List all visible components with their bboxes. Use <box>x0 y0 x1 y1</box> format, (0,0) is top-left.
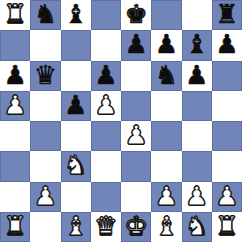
square-h5[interactable] <box>212 91 242 121</box>
white-knight-c3[interactable]: ♞ <box>64 151 87 180</box>
square-g3[interactable] <box>182 151 212 181</box>
square-a7[interactable] <box>0 30 30 60</box>
black-knight-b8[interactable]: ♞ <box>34 0 57 29</box>
square-b4[interactable] <box>30 121 60 151</box>
square-d7[interactable] <box>91 30 121 60</box>
square-f2[interactable]: ♟ <box>151 182 181 212</box>
square-f1[interactable]: ♝ <box>151 212 181 242</box>
square-c7[interactable] <box>61 30 91 60</box>
square-h2[interactable]: ♟ <box>212 182 242 212</box>
black-pawn-c5[interactable]: ♟ <box>64 91 87 120</box>
square-c3[interactable]: ♞ <box>61 151 91 181</box>
square-d5[interactable]: ♟ <box>91 91 121 121</box>
square-g8[interactable] <box>182 0 212 30</box>
square-d1[interactable]: ♛ <box>91 212 121 242</box>
white-rook-a1[interactable]: ♜ <box>3 212 26 241</box>
square-b1[interactable] <box>30 212 60 242</box>
square-g4[interactable] <box>182 121 212 151</box>
white-rook-h1[interactable]: ♜ <box>215 212 238 241</box>
white-knight-g1[interactable]: ♞ <box>185 212 208 241</box>
white-pawn-e4[interactable]: ♟ <box>124 121 147 150</box>
square-c8[interactable]: ♝ <box>61 0 91 30</box>
square-f5[interactable] <box>151 91 181 121</box>
square-g7[interactable]: ♝ <box>182 30 212 60</box>
square-h1[interactable]: ♜ <box>212 212 242 242</box>
square-e6[interactable] <box>121 61 151 91</box>
square-f7[interactable]: ♟ <box>151 30 181 60</box>
white-bishop-f1[interactable]: ♝ <box>155 212 178 241</box>
square-h6[interactable] <box>212 61 242 91</box>
white-pawn-f2[interactable]: ♟ <box>155 182 178 211</box>
square-b8[interactable]: ♞ <box>30 0 60 30</box>
square-a5[interactable]: ♟ <box>0 91 30 121</box>
black-queen-b6[interactable]: ♛ <box>34 61 57 90</box>
square-e1[interactable]: ♚ <box>121 212 151 242</box>
black-king-e8[interactable]: ♚ <box>124 0 147 29</box>
black-bishop-g7[interactable]: ♝ <box>185 30 208 59</box>
square-c6[interactable] <box>61 61 91 91</box>
square-g6[interactable]: ♟ <box>182 61 212 91</box>
square-h7[interactable]: ♟ <box>212 30 242 60</box>
square-d8[interactable] <box>91 0 121 30</box>
square-a8[interactable]: ♜ <box>0 0 30 30</box>
white-pawn-a5[interactable]: ♟ <box>3 91 26 120</box>
square-f4[interactable] <box>151 121 181 151</box>
square-d4[interactable] <box>91 121 121 151</box>
square-b6[interactable]: ♛ <box>30 61 60 91</box>
square-f6[interactable]: ♞ <box>151 61 181 91</box>
square-e8[interactable]: ♚ <box>121 0 151 30</box>
square-d6[interactable]: ♟ <box>91 61 121 91</box>
square-a2[interactable] <box>0 182 30 212</box>
white-rook-a8[interactable]: ♜ <box>3 0 26 29</box>
white-queen-d1[interactable]: ♛ <box>94 212 117 241</box>
square-a3[interactable] <box>0 151 30 181</box>
square-a4[interactable] <box>0 121 30 151</box>
white-pawn-b2[interactable]: ♟ <box>34 182 57 211</box>
square-e3[interactable] <box>121 151 151 181</box>
square-c1[interactable]: ♝ <box>61 212 91 242</box>
square-d2[interactable] <box>91 182 121 212</box>
square-a1[interactable]: ♜ <box>0 212 30 242</box>
square-e2[interactable] <box>121 182 151 212</box>
square-c5[interactable]: ♟ <box>61 91 91 121</box>
black-pawn-g6[interactable]: ♟ <box>185 61 208 90</box>
square-f3[interactable] <box>151 151 181 181</box>
square-e4[interactable]: ♟ <box>121 121 151 151</box>
square-h3[interactable] <box>212 151 242 181</box>
white-king-e1[interactable]: ♚ <box>124 212 147 241</box>
white-pawn-g2[interactable]: ♟ <box>185 182 208 211</box>
square-d3[interactable] <box>91 151 121 181</box>
black-pawn-h7[interactable]: ♟ <box>215 30 238 59</box>
black-pawn-d6[interactable]: ♟ <box>94 61 117 90</box>
white-pawn-h2[interactable]: ♟ <box>215 182 238 211</box>
black-bishop-c8[interactable]: ♝ <box>64 0 87 29</box>
square-h8[interactable]: ♜ <box>212 0 242 30</box>
chess-board: ♜♞♝♚♜♟♟♝♟♟♛♟♞♟♟♟♟♟♞♟♟♟♟♜♝♛♚♝♞♜ <box>0 0 242 242</box>
square-e7[interactable]: ♟ <box>121 30 151 60</box>
square-b3[interactable] <box>30 151 60 181</box>
square-a6[interactable]: ♟ <box>0 61 30 91</box>
square-c4[interactable] <box>61 121 91 151</box>
square-f8[interactable] <box>151 0 181 30</box>
white-pawn-d5[interactable]: ♟ <box>94 91 117 120</box>
square-g5[interactable] <box>182 91 212 121</box>
square-h4[interactable] <box>212 121 242 151</box>
black-pawn-f7[interactable]: ♟ <box>155 30 178 59</box>
black-pawn-e7[interactable]: ♟ <box>124 30 147 59</box>
square-g2[interactable]: ♟ <box>182 182 212 212</box>
square-e5[interactable] <box>121 91 151 121</box>
square-b5[interactable] <box>30 91 60 121</box>
black-pawn-a6[interactable]: ♟ <box>3 61 26 90</box>
black-knight-f6[interactable]: ♞ <box>155 61 178 90</box>
square-c2[interactable] <box>61 182 91 212</box>
square-b7[interactable] <box>30 30 60 60</box>
black-rook-h8[interactable]: ♜ <box>215 0 238 29</box>
white-bishop-c1[interactable]: ♝ <box>64 212 87 241</box>
square-b2[interactable]: ♟ <box>30 182 60 212</box>
square-g1[interactable]: ♞ <box>182 212 212 242</box>
